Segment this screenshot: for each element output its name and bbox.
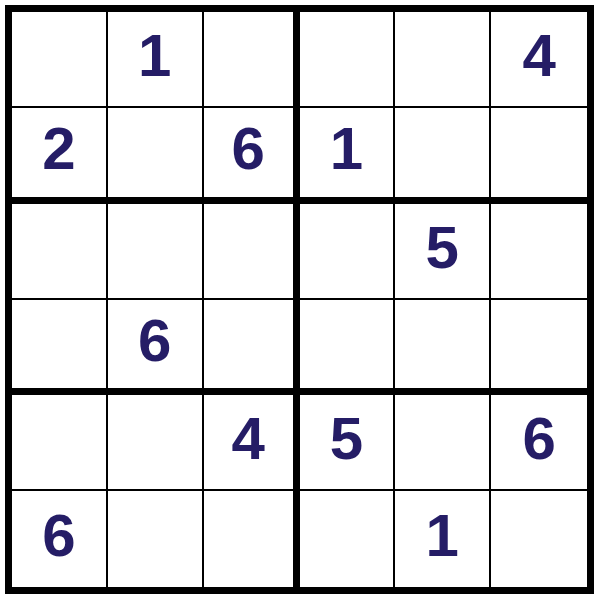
cell-r1c4[interactable]	[300, 12, 396, 108]
cell-r5c5[interactable]	[395, 395, 491, 491]
given-digit: 4	[522, 26, 555, 86]
cell-r2c1[interactable]: 2	[12, 108, 108, 204]
cell-r6c4[interactable]	[300, 491, 396, 587]
cell-r2c3[interactable]: 6	[204, 108, 300, 204]
cell-r5c1[interactable]	[12, 395, 108, 491]
given-digit: 5	[426, 218, 459, 278]
cell-r3c4[interactable]	[300, 204, 396, 300]
cell-r6c3[interactable]	[204, 491, 300, 587]
cell-r2c4[interactable]: 1	[300, 108, 396, 204]
cell-r6c2[interactable]	[108, 491, 204, 587]
cell-r3c3[interactable]	[204, 204, 300, 300]
cell-r1c1[interactable]	[12, 12, 108, 108]
cell-r5c3[interactable]: 4	[204, 395, 300, 491]
cell-r4c5[interactable]	[395, 300, 491, 396]
sudoku-page: 142615645661	[0, 0, 600, 600]
cell-r1c3[interactable]	[204, 12, 300, 108]
cell-r4c3[interactable]	[204, 300, 300, 396]
cell-r4c1[interactable]	[12, 300, 108, 396]
given-digit: 6	[138, 311, 171, 371]
cell-r3c6[interactable]	[491, 204, 587, 300]
cell-r5c2[interactable]	[108, 395, 204, 491]
cell-r2c2[interactable]	[108, 108, 204, 204]
given-digit: 1	[330, 119, 363, 179]
given-digit: 6	[231, 119, 264, 179]
cell-r1c6[interactable]: 4	[491, 12, 587, 108]
given-digit: 4	[231, 409, 264, 469]
given-digit: 1	[138, 26, 171, 86]
cell-r6c6[interactable]	[491, 491, 587, 587]
cell-r5c6[interactable]: 6	[491, 395, 587, 491]
given-digit: 5	[330, 409, 363, 469]
cell-r3c5[interactable]: 5	[395, 204, 491, 300]
cell-r2c5[interactable]	[395, 108, 491, 204]
cell-r5c4[interactable]: 5	[300, 395, 396, 491]
sudoku-board: 142615645661	[5, 5, 594, 594]
given-digit: 6	[42, 506, 75, 566]
cell-r3c2[interactable]	[108, 204, 204, 300]
given-digit: 6	[522, 409, 555, 469]
cell-r3c1[interactable]	[12, 204, 108, 300]
cell-r2c6[interactable]	[491, 108, 587, 204]
cell-r1c2[interactable]: 1	[108, 12, 204, 108]
cell-r1c5[interactable]	[395, 12, 491, 108]
given-digit: 2	[42, 119, 75, 179]
cell-r4c4[interactable]	[300, 300, 396, 396]
cell-r4c6[interactable]	[491, 300, 587, 396]
given-digit: 1	[426, 506, 459, 566]
cell-r6c5[interactable]: 1	[395, 491, 491, 587]
cell-r4c2[interactable]: 6	[108, 300, 204, 396]
cell-r6c1[interactable]: 6	[12, 491, 108, 587]
